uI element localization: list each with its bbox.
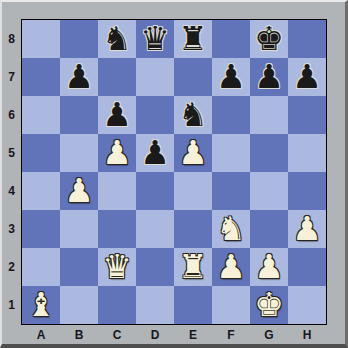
square-e8[interactable]: ♜: [174, 20, 212, 58]
square-e3[interactable]: [174, 210, 212, 248]
square-h2[interactable]: [288, 248, 326, 286]
rank-label-7: 7: [2, 58, 21, 96]
square-g4[interactable]: [250, 172, 288, 210]
white-king-g1[interactable]: ♚: [250, 286, 288, 324]
square-c8[interactable]: ♞: [98, 20, 136, 58]
square-f1[interactable]: [212, 286, 250, 324]
square-a5[interactable]: [22, 134, 60, 172]
square-f7[interactable]: ♟: [212, 58, 250, 96]
rank-label-6: 6: [2, 96, 21, 134]
square-d1[interactable]: [136, 286, 174, 324]
square-a6[interactable]: [22, 96, 60, 134]
file-label-a: A: [22, 326, 60, 345]
square-h6[interactable]: [288, 96, 326, 134]
black-pawn-c6[interactable]: ♟: [98, 96, 136, 134]
rank-label-1: 1: [2, 286, 21, 324]
square-h7[interactable]: ♟: [288, 58, 326, 96]
square-c4[interactable]: [98, 172, 136, 210]
square-e2[interactable]: ♜: [174, 248, 212, 286]
file-label-e: E: [174, 326, 212, 345]
black-pawn-f7[interactable]: ♟: [212, 58, 250, 96]
file-label-g: G: [250, 326, 288, 345]
square-e4[interactable]: [174, 172, 212, 210]
chess-board: ♞♛♜♚♟♟♟♟♟♞♟♟♟♟♞♟♛♜♟♟♝♚: [21, 19, 327, 325]
rank-label-8: 8: [2, 20, 21, 58]
square-a8[interactable]: [22, 20, 60, 58]
square-f8[interactable]: [212, 20, 250, 58]
square-h3[interactable]: ♟: [288, 210, 326, 248]
square-d2[interactable]: [136, 248, 174, 286]
white-pawn-c5[interactable]: ♟: [98, 134, 136, 172]
square-c7[interactable]: [98, 58, 136, 96]
square-e7[interactable]: [174, 58, 212, 96]
square-d4[interactable]: [136, 172, 174, 210]
square-b2[interactable]: [60, 248, 98, 286]
rank-label-2: 2: [2, 248, 21, 286]
square-g8[interactable]: ♚: [250, 20, 288, 58]
rank-label-5: 5: [2, 134, 21, 172]
square-a3[interactable]: [22, 210, 60, 248]
white-queen-c2[interactable]: ♛: [98, 248, 136, 286]
square-h5[interactable]: [288, 134, 326, 172]
black-pawn-g7[interactable]: ♟: [250, 58, 288, 96]
black-queen-d8[interactable]: ♛: [136, 20, 174, 58]
square-d8[interactable]: ♛: [136, 20, 174, 58]
rank-label-3: 3: [2, 210, 21, 248]
rank-label-4: 4: [2, 172, 21, 210]
file-label-f: F: [212, 326, 250, 345]
square-g3[interactable]: [250, 210, 288, 248]
square-f6[interactable]: [212, 96, 250, 134]
black-knight-e6[interactable]: ♞: [174, 96, 212, 134]
square-f5[interactable]: [212, 134, 250, 172]
square-c5[interactable]: ♟: [98, 134, 136, 172]
square-a7[interactable]: [22, 58, 60, 96]
white-rook-e2[interactable]: ♜: [174, 248, 212, 286]
square-c3[interactable]: [98, 210, 136, 248]
black-king-g8[interactable]: ♚: [250, 20, 288, 58]
square-b3[interactable]: [60, 210, 98, 248]
square-d6[interactable]: [136, 96, 174, 134]
square-f2[interactable]: ♟: [212, 248, 250, 286]
square-b8[interactable]: [60, 20, 98, 58]
square-f4[interactable]: [212, 172, 250, 210]
white-pawn-b4[interactable]: ♟: [60, 172, 98, 210]
black-pawn-h7[interactable]: ♟: [288, 58, 326, 96]
file-label-b: B: [60, 326, 98, 345]
rank-labels: 87654321: [2, 20, 21, 324]
square-d3[interactable]: [136, 210, 174, 248]
black-rook-e8[interactable]: ♜: [174, 20, 212, 58]
square-g2[interactable]: ♟: [250, 248, 288, 286]
square-e1[interactable]: [174, 286, 212, 324]
board-frame: 87654321 ♞♛♜♚♟♟♟♟♟♞♟♟♟♟♞♟♛♜♟♟♝♚ ABCDEFGH: [0, 0, 348, 348]
file-label-h: H: [288, 326, 326, 345]
white-knight-f3[interactable]: ♞: [212, 210, 250, 248]
white-bishop-a1[interactable]: ♝: [22, 286, 60, 324]
black-knight-c8[interactable]: ♞: [98, 20, 136, 58]
square-h1[interactable]: [288, 286, 326, 324]
file-label-c: C: [98, 326, 136, 345]
square-c2[interactable]: ♛: [98, 248, 136, 286]
square-d5[interactable]: ♟: [136, 134, 174, 172]
square-e6[interactable]: ♞: [174, 96, 212, 134]
white-pawn-g2[interactable]: ♟: [250, 248, 288, 286]
file-labels: ABCDEFGH: [22, 326, 326, 345]
square-b5[interactable]: [60, 134, 98, 172]
square-h8[interactable]: [288, 20, 326, 58]
square-c1[interactable]: [98, 286, 136, 324]
square-d7[interactable]: [136, 58, 174, 96]
white-pawn-e5[interactable]: ♟: [174, 134, 212, 172]
white-pawn-h3[interactable]: ♟: [288, 210, 326, 248]
square-a2[interactable]: [22, 248, 60, 286]
black-pawn-d5[interactable]: ♟: [136, 134, 174, 172]
square-f3[interactable]: ♞: [212, 210, 250, 248]
white-pawn-f2[interactable]: ♟: [212, 248, 250, 286]
square-g6[interactable]: [250, 96, 288, 134]
square-g5[interactable]: [250, 134, 288, 172]
square-b6[interactable]: [60, 96, 98, 134]
square-a1[interactable]: ♝: [22, 286, 60, 324]
square-b4[interactable]: ♟: [60, 172, 98, 210]
square-a4[interactable]: [22, 172, 60, 210]
file-label-d: D: [136, 326, 174, 345]
square-g7[interactable]: ♟: [250, 58, 288, 96]
square-c6[interactable]: ♟: [98, 96, 136, 134]
square-e5[interactable]: ♟: [174, 134, 212, 172]
square-h4[interactable]: [288, 172, 326, 210]
square-g1[interactable]: ♚: [250, 286, 288, 324]
square-b1[interactable]: [60, 286, 98, 324]
black-pawn-b7[interactable]: ♟: [60, 58, 98, 96]
square-b7[interactable]: ♟: [60, 58, 98, 96]
